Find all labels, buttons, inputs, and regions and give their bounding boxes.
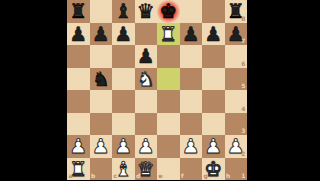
square-c8[interactable]: ♝ (112, 0, 135, 23)
square-d7[interactable] (135, 23, 158, 46)
piece-black-pawn[interactable]: ♟ (67, 23, 90, 46)
square-h2[interactable]: ♟2 (225, 135, 248, 158)
piece-black-pawn[interactable]: ♟ (112, 23, 135, 46)
right-letterbox (247, 0, 320, 180)
square-c7[interactable]: ♟ (112, 23, 135, 46)
square-d5[interactable]: ♞ (135, 68, 158, 91)
square-f8[interactable] (180, 0, 203, 23)
square-c5[interactable] (112, 68, 135, 91)
square-c3[interactable] (112, 113, 135, 136)
piece-black-pawn[interactable]: ♟ (90, 23, 113, 46)
piece-white-pawn[interactable]: ♟ (90, 135, 113, 158)
piece-black-knight[interactable]: ♞ (90, 68, 113, 91)
square-a5[interactable] (67, 68, 90, 91)
square-e6[interactable] (157, 45, 180, 68)
piece-white-pawn[interactable]: ♟ (135, 135, 158, 158)
rank-label-6: 6 (241, 61, 245, 67)
piece-black-pawn[interactable]: ♟ (202, 23, 225, 46)
square-a3[interactable] (67, 113, 90, 136)
square-d2[interactable]: ♟ (135, 135, 158, 158)
piece-white-knight[interactable]: ♞ (135, 68, 158, 91)
square-f2[interactable]: ♟ (180, 135, 203, 158)
square-f7[interactable]: ♟ (180, 23, 203, 46)
piece-black-queen[interactable]: ♛ (135, 0, 158, 23)
square-h8[interactable]: ♜8 (225, 0, 248, 23)
square-c6[interactable] (112, 45, 135, 68)
square-g5[interactable] (202, 68, 225, 91)
square-h5[interactable]: 5 (225, 68, 248, 91)
left-letterbox (0, 0, 67, 180)
square-e8[interactable]: ♚ (157, 0, 180, 23)
square-f1[interactable]: f (180, 158, 203, 181)
square-a2[interactable]: ♟ (67, 135, 90, 158)
piece-black-pawn[interactable]: ♟ (180, 23, 203, 46)
square-f3[interactable] (180, 113, 203, 136)
file-label-b: b (91, 173, 95, 179)
piece-black-rook[interactable]: ♜ (67, 0, 90, 23)
piece-white-rook[interactable]: ♜ (67, 158, 90, 181)
square-h6[interactable]: 6 (225, 45, 248, 68)
piece-black-bishop[interactable]: ♝ (112, 0, 135, 23)
rank-label-4: 4 (241, 106, 245, 112)
square-g2[interactable]: ♟ (202, 135, 225, 158)
square-b7[interactable]: ♟ (90, 23, 113, 46)
square-g4[interactable] (202, 90, 225, 113)
piece-white-bishop[interactable]: ♝ (112, 158, 135, 181)
square-d4[interactable] (135, 90, 158, 113)
piece-white-pawn[interactable]: ♟ (180, 135, 203, 158)
piece-black-king[interactable]: ♚ (157, 0, 180, 23)
square-d1[interactable]: ♛d (135, 158, 158, 181)
piece-black-rook[interactable]: ♜ (225, 0, 248, 23)
piece-white-king[interactable]: ♚ (202, 158, 225, 181)
piece-white-pawn[interactable]: ♟ (225, 135, 248, 158)
piece-white-rook[interactable]: ♜ (157, 23, 180, 46)
piece-white-pawn[interactable]: ♟ (202, 135, 225, 158)
piece-black-pawn[interactable]: ♟ (135, 45, 158, 68)
piece-white-pawn[interactable]: ♟ (67, 135, 90, 158)
square-b2[interactable]: ♟ (90, 135, 113, 158)
square-a1[interactable]: ♜a (67, 158, 90, 181)
square-c2[interactable]: ♟ (112, 135, 135, 158)
square-h3[interactable]: 3 (225, 113, 248, 136)
square-f4[interactable] (180, 90, 203, 113)
square-b3[interactable] (90, 113, 113, 136)
square-c4[interactable] (112, 90, 135, 113)
square-b5[interactable]: ♞ (90, 68, 113, 91)
piece-black-pawn[interactable]: ♟ (225, 23, 248, 46)
file-label-f: f (181, 173, 184, 179)
square-e2[interactable] (157, 135, 180, 158)
square-d8[interactable]: ♛ (135, 0, 158, 23)
chess-board[interactable]: ♜♝♛♚♜8♟♟♟♜♟♟♟7♟6♞♞543♟♟♟♟♟♟♟2♜ab♝c♛def♚g… (67, 0, 247, 180)
square-e5[interactable] (157, 68, 180, 91)
square-e4[interactable] (157, 90, 180, 113)
square-g8[interactable] (202, 0, 225, 23)
square-d6[interactable]: ♟ (135, 45, 158, 68)
square-e7[interactable]: ♜ (157, 23, 180, 46)
piece-white-pawn[interactable]: ♟ (112, 135, 135, 158)
square-g7[interactable]: ♟ (202, 23, 225, 46)
square-d3[interactable] (135, 113, 158, 136)
square-a7[interactable]: ♟ (67, 23, 90, 46)
square-a6[interactable] (67, 45, 90, 68)
rank-label-1: 1 (241, 173, 245, 179)
square-e1[interactable]: e (157, 158, 180, 181)
rank-label-3: 3 (241, 128, 245, 134)
square-c1[interactable]: ♝c (112, 158, 135, 181)
video-frame: ♜♝♛♚♜8♟♟♟♜♟♟♟7♟6♞♞543♟♟♟♟♟♟♟2♜ab♝c♛def♚g… (0, 0, 320, 180)
square-f5[interactable] (180, 68, 203, 91)
square-b1[interactable]: b (90, 158, 113, 181)
file-label-e: e (159, 173, 163, 179)
square-a4[interactable] (67, 90, 90, 113)
file-label-h: h (226, 173, 230, 179)
square-e3[interactable] (157, 113, 180, 136)
square-h1[interactable]: h1 (225, 158, 248, 181)
square-a8[interactable]: ♜ (67, 0, 90, 23)
piece-white-queen[interactable]: ♛ (135, 158, 158, 181)
square-g1[interactable]: ♚g (202, 158, 225, 181)
square-h7[interactable]: ♟7 (225, 23, 248, 46)
square-g3[interactable] (202, 113, 225, 136)
square-b4[interactable] (90, 90, 113, 113)
square-h4[interactable]: 4 (225, 90, 248, 113)
square-b8[interactable] (90, 0, 113, 23)
square-f6[interactable] (180, 45, 203, 68)
square-g6[interactable] (202, 45, 225, 68)
square-b6[interactable] (90, 45, 113, 68)
rank-label-5: 5 (241, 83, 245, 89)
